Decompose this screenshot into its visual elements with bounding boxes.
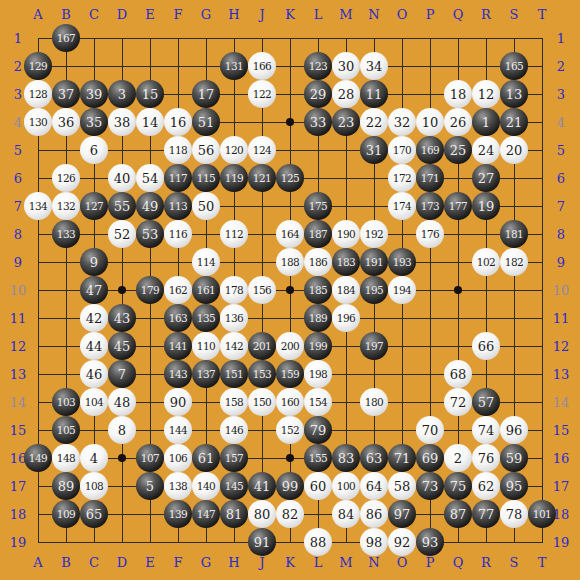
row-label-left-8: 8	[14, 227, 22, 242]
stone-move-number: 97	[394, 508, 411, 521]
stone-P4[interactable]: 10	[416, 108, 444, 136]
stone-H16[interactable]: 157	[220, 444, 248, 472]
stone-M3[interactable]: 28	[332, 80, 360, 108]
col-label-top-O: O	[397, 7, 408, 22]
stone-O18[interactable]: 97	[388, 500, 416, 528]
stone-R12[interactable]: 66	[472, 332, 500, 360]
stone-O17[interactable]: 58	[388, 472, 416, 500]
stone-move-number: 32	[394, 116, 411, 129]
stone-L12[interactable]: 199	[304, 332, 332, 360]
stone-B16[interactable]: 148	[52, 444, 80, 472]
stone-move-number: 82	[282, 508, 299, 521]
stone-F11[interactable]: 163	[164, 304, 192, 332]
stone-J19[interactable]: 91	[248, 528, 276, 556]
stone-G12[interactable]: 110	[192, 332, 220, 360]
stone-move-number: 99	[282, 480, 299, 493]
stone-move-number: 190	[337, 229, 356, 240]
stone-J3[interactable]: 122	[248, 80, 276, 108]
stone-P15[interactable]: 70	[416, 416, 444, 444]
stone-M17[interactable]: 100	[332, 472, 360, 500]
stone-move-number: 149	[29, 453, 48, 464]
stone-G17[interactable]: 140	[192, 472, 220, 500]
stone-move-number: 78	[506, 508, 523, 521]
stone-J17[interactable]: 41	[248, 472, 276, 500]
stone-L4[interactable]: 33	[304, 108, 332, 136]
stone-S16[interactable]: 59	[500, 444, 528, 472]
stone-E7[interactable]: 49	[136, 192, 164, 220]
stone-F14[interactable]: 90	[164, 388, 192, 416]
stone-move-number: 68	[450, 368, 467, 381]
stone-move-number: 194	[393, 285, 412, 296]
stone-R3[interactable]: 12	[472, 80, 500, 108]
col-label-top-L: L	[314, 7, 323, 22]
stone-K6[interactable]: 125	[276, 164, 304, 192]
stone-L14[interactable]: 154	[304, 388, 332, 416]
row-label-right-1: 1	[557, 31, 565, 46]
stone-K17[interactable]: 99	[276, 472, 304, 500]
stone-N18[interactable]: 86	[360, 500, 388, 528]
stone-H10[interactable]: 178	[220, 276, 248, 304]
stone-N19[interactable]: 98	[360, 528, 388, 556]
stone-B3[interactable]: 37	[52, 80, 80, 108]
stone-L9[interactable]: 186	[304, 248, 332, 276]
col-label-top-S: S	[510, 7, 519, 22]
stone-move-number: 138	[169, 481, 188, 492]
stone-L17[interactable]: 60	[304, 472, 332, 500]
stone-H12[interactable]: 142	[220, 332, 248, 360]
stone-move-number: 87	[450, 508, 467, 521]
stone-B8[interactable]: 133	[52, 220, 80, 248]
stone-move-number: 43	[114, 312, 131, 325]
stone-move-number: 17	[198, 88, 215, 101]
stone-N4[interactable]: 22	[360, 108, 388, 136]
stone-O16[interactable]: 71	[388, 444, 416, 472]
stone-move-number: 6	[90, 144, 98, 157]
stone-F17[interactable]: 138	[164, 472, 192, 500]
stone-C12[interactable]: 44	[80, 332, 108, 360]
stone-move-number: 48	[114, 396, 131, 409]
row-label-left-19: 19	[10, 535, 27, 550]
stone-Q16[interactable]: 2	[444, 444, 472, 472]
stone-move-number: 13	[506, 88, 523, 101]
row-label-left-2: 2	[14, 59, 22, 74]
stone-move-number: 189	[309, 313, 328, 324]
stone-S3[interactable]: 13	[500, 80, 528, 108]
stone-R14[interactable]: 57	[472, 388, 500, 416]
stone-H5[interactable]: 120	[220, 136, 248, 164]
stone-move-number: 197	[365, 341, 384, 352]
stone-O10[interactable]: 194	[388, 276, 416, 304]
stone-B6[interactable]: 126	[52, 164, 80, 192]
stone-R17[interactable]: 62	[472, 472, 500, 500]
stone-D14[interactable]: 48	[108, 388, 136, 416]
stone-Q18[interactable]: 87	[444, 500, 472, 528]
stone-K14[interactable]: 160	[276, 388, 304, 416]
stone-move-number: 175	[309, 201, 328, 212]
stone-F18[interactable]: 139	[164, 500, 192, 528]
stone-B4[interactable]: 36	[52, 108, 80, 136]
stone-G11[interactable]: 135	[192, 304, 220, 332]
row-label-right-6: 6	[557, 171, 565, 186]
stone-move-number: 139	[169, 509, 188, 520]
stone-N16[interactable]: 63	[360, 444, 388, 472]
stone-A4[interactable]: 130	[24, 108, 52, 136]
stone-G16[interactable]: 61	[192, 444, 220, 472]
stone-N12[interactable]: 197	[360, 332, 388, 360]
stone-K15[interactable]: 152	[276, 416, 304, 444]
stone-N10[interactable]: 195	[360, 276, 388, 304]
stone-G4[interactable]: 51	[192, 108, 220, 136]
stone-E17[interactable]: 5	[136, 472, 164, 500]
stone-move-number: 37	[58, 88, 75, 101]
stone-C4[interactable]: 35	[80, 108, 108, 136]
stone-move-number: 109	[57, 509, 76, 520]
stone-F6[interactable]: 117	[164, 164, 192, 192]
stone-move-number: 84	[338, 508, 355, 521]
stone-G5[interactable]: 56	[192, 136, 220, 164]
stone-move-number: 45	[114, 340, 131, 353]
stone-J12[interactable]: 201	[248, 332, 276, 360]
stone-move-number: 98	[366, 536, 383, 549]
stone-move-number: 96	[506, 424, 523, 437]
stone-move-number: 31	[366, 144, 383, 157]
stone-C5[interactable]: 6	[80, 136, 108, 164]
col-label-bottom-G: G	[201, 555, 211, 570]
stone-B18[interactable]: 109	[52, 500, 80, 528]
stone-move-number: 36	[58, 116, 75, 129]
stone-move-number: 18	[450, 88, 467, 101]
stone-M9[interactable]: 183	[332, 248, 360, 276]
stone-C18[interactable]: 65	[80, 500, 108, 528]
stone-move-number: 150	[253, 397, 272, 408]
stone-move-number: 59	[506, 452, 523, 465]
stone-F10[interactable]: 162	[164, 276, 192, 304]
stone-E10[interactable]: 179	[136, 276, 164, 304]
stone-L15[interactable]: 79	[304, 416, 332, 444]
stone-J18[interactable]: 80	[248, 500, 276, 528]
stone-move-number: 166	[253, 61, 272, 72]
stone-H11[interactable]: 136	[220, 304, 248, 332]
stone-Q5[interactable]: 25	[444, 136, 472, 164]
col-label-bottom-F: F	[173, 555, 182, 570]
stone-move-number: 124	[253, 145, 272, 156]
stone-K12[interactable]: 200	[276, 332, 304, 360]
stone-N3[interactable]: 11	[360, 80, 388, 108]
stone-R15[interactable]: 74	[472, 416, 500, 444]
stone-move-number: 169	[421, 145, 440, 156]
stone-P7[interactable]: 173	[416, 192, 444, 220]
stone-C13[interactable]: 46	[80, 360, 108, 388]
stone-T18[interactable]: 101	[528, 500, 556, 528]
stone-move-number: 41	[254, 480, 271, 493]
col-label-bottom-M: M	[339, 555, 352, 570]
stone-F5[interactable]: 118	[164, 136, 192, 164]
stone-O6[interactable]: 172	[388, 164, 416, 192]
row-label-left-10: 10	[10, 283, 27, 298]
stone-D8[interactable]: 52	[108, 220, 136, 248]
stone-R6[interactable]: 27	[472, 164, 500, 192]
stone-move-number: 144	[169, 425, 188, 436]
stone-Q4[interactable]: 26	[444, 108, 472, 136]
stone-move-number: 158	[225, 397, 244, 408]
stone-move-number: 28	[338, 88, 355, 101]
stone-R16[interactable]: 76	[472, 444, 500, 472]
stone-K9[interactable]: 188	[276, 248, 304, 276]
stone-move-number: 181	[505, 229, 524, 240]
stone-D12[interactable]: 45	[108, 332, 136, 360]
stone-J14[interactable]: 150	[248, 388, 276, 416]
stone-E16[interactable]: 107	[136, 444, 164, 472]
col-label-top-T: T	[538, 7, 547, 22]
stone-D6[interactable]: 40	[108, 164, 136, 192]
stone-H15[interactable]: 146	[220, 416, 248, 444]
stone-J10[interactable]: 156	[248, 276, 276, 304]
row-label-right-19: 19	[553, 535, 570, 550]
stone-move-number: 44	[86, 340, 103, 353]
stone-L13[interactable]: 198	[304, 360, 332, 388]
col-label-top-F: F	[173, 7, 182, 22]
stone-move-number: 187	[309, 229, 328, 240]
stone-D3[interactable]: 3	[108, 80, 136, 108]
stone-N2[interactable]: 34	[360, 52, 388, 80]
stone-move-number: 95	[506, 480, 523, 493]
stone-G6[interactable]: 115	[192, 164, 220, 192]
stone-L8[interactable]: 187	[304, 220, 332, 248]
stone-move-number: 167	[57, 33, 76, 44]
stone-move-number: 172	[393, 173, 412, 184]
stone-move-number: 140	[197, 481, 216, 492]
stone-P16[interactable]: 69	[416, 444, 444, 472]
row-label-left-14: 14	[10, 395, 27, 410]
stone-H14[interactable]: 158	[220, 388, 248, 416]
stone-F4[interactable]: 16	[164, 108, 192, 136]
stone-H8[interactable]: 112	[220, 220, 248, 248]
row-label-left-12: 12	[10, 339, 27, 354]
stone-M2[interactable]: 30	[332, 52, 360, 80]
hoshi-K16	[286, 454, 294, 462]
stone-S18[interactable]: 78	[500, 500, 528, 528]
stone-G13[interactable]: 137	[192, 360, 220, 388]
stone-O19[interactable]: 92	[388, 528, 416, 556]
stone-M8[interactable]: 190	[332, 220, 360, 248]
stone-O5[interactable]: 170	[388, 136, 416, 164]
stone-P8[interactable]: 176	[416, 220, 444, 248]
stone-A2[interactable]: 129	[24, 52, 52, 80]
stone-C3[interactable]: 39	[80, 80, 108, 108]
stone-R9[interactable]: 102	[472, 248, 500, 276]
stone-S17[interactable]: 95	[500, 472, 528, 500]
hoshi-Q10	[454, 286, 462, 294]
stone-move-number: 55	[114, 200, 131, 213]
stone-move-number: 29	[310, 88, 327, 101]
col-label-bottom-J: J	[259, 555, 264, 570]
stone-Q13[interactable]: 68	[444, 360, 472, 388]
stone-H17[interactable]: 145	[220, 472, 248, 500]
stone-move-number: 20	[506, 144, 523, 157]
stone-L2[interactable]: 123	[304, 52, 332, 80]
stone-H2[interactable]: 131	[220, 52, 248, 80]
row-label-right-8: 8	[557, 227, 565, 242]
stone-move-number: 143	[169, 369, 188, 380]
stone-move-number: 39	[86, 88, 103, 101]
col-label-bottom-E: E	[145, 555, 155, 570]
stone-P6[interactable]: 171	[416, 164, 444, 192]
stone-M4[interactable]: 23	[332, 108, 360, 136]
stone-B1[interactable]: 167	[52, 24, 80, 52]
stone-S8[interactable]: 181	[500, 220, 528, 248]
stone-J5[interactable]: 124	[248, 136, 276, 164]
stone-move-number: 64	[366, 480, 383, 493]
stone-G9[interactable]: 114	[192, 248, 220, 276]
stone-N17[interactable]: 64	[360, 472, 388, 500]
stone-F7[interactable]: 113	[164, 192, 192, 220]
stone-R18[interactable]: 77	[472, 500, 500, 528]
stone-B15[interactable]: 105	[52, 416, 80, 444]
stone-C16[interactable]: 4	[80, 444, 108, 472]
grid-line-horizontal	[38, 542, 543, 543]
stone-P19[interactable]: 93	[416, 528, 444, 556]
stone-B7[interactable]: 132	[52, 192, 80, 220]
stone-F16[interactable]: 106	[164, 444, 192, 472]
stone-E8[interactable]: 53	[136, 220, 164, 248]
stone-A16[interactable]: 149	[24, 444, 52, 472]
stone-C11[interactable]: 42	[80, 304, 108, 332]
stone-F8[interactable]: 116	[164, 220, 192, 248]
stone-H18[interactable]: 81	[220, 500, 248, 528]
stone-K8[interactable]: 164	[276, 220, 304, 248]
stone-G10[interactable]: 161	[192, 276, 220, 304]
stone-move-number: 165	[505, 61, 524, 72]
stone-S5[interactable]: 20	[500, 136, 528, 164]
stone-D13[interactable]: 7	[108, 360, 136, 388]
stone-M11[interactable]: 196	[332, 304, 360, 332]
stone-A3[interactable]: 128	[24, 80, 52, 108]
row-label-right-10: 10	[553, 283, 570, 298]
stone-R4[interactable]: 1	[472, 108, 500, 136]
stone-move-number: 112	[225, 229, 244, 240]
stone-E6[interactable]: 54	[136, 164, 164, 192]
stone-move-number: 35	[86, 116, 103, 129]
stone-move-number: 200	[281, 341, 300, 352]
stone-H6[interactable]: 119	[220, 164, 248, 192]
stone-K18[interactable]: 82	[276, 500, 304, 528]
row-label-left-5: 5	[14, 143, 22, 158]
stone-move-number: 183	[337, 257, 356, 268]
stone-J6[interactable]: 121	[248, 164, 276, 192]
stone-B17[interactable]: 89	[52, 472, 80, 500]
stone-R5[interactable]: 24	[472, 136, 500, 164]
stone-move-number: 106	[169, 453, 188, 464]
stone-L19[interactable]: 88	[304, 528, 332, 556]
stone-S2[interactable]: 165	[500, 52, 528, 80]
stone-O7[interactable]: 174	[388, 192, 416, 220]
row-label-left-13: 13	[10, 367, 27, 382]
stone-G18[interactable]: 147	[192, 500, 220, 528]
stone-L11[interactable]: 189	[304, 304, 332, 332]
stone-move-number: 57	[478, 396, 495, 409]
stone-Q17[interactable]: 75	[444, 472, 472, 500]
stone-move-number: 173	[421, 201, 440, 212]
stone-N9[interactable]: 191	[360, 248, 388, 276]
stone-move-number: 49	[142, 200, 159, 213]
stone-move-number: 16	[170, 116, 187, 129]
stone-L10[interactable]: 185	[304, 276, 332, 304]
stone-F13[interactable]: 143	[164, 360, 192, 388]
stone-D7[interactable]: 55	[108, 192, 136, 220]
stone-M10[interactable]: 184	[332, 276, 360, 304]
stone-D11[interactable]: 43	[108, 304, 136, 332]
stone-C7[interactable]: 127	[80, 192, 108, 220]
stone-A7[interactable]: 134	[24, 192, 52, 220]
stone-N5[interactable]: 31	[360, 136, 388, 164]
stone-Q7[interactable]: 177	[444, 192, 472, 220]
stone-L7[interactable]: 175	[304, 192, 332, 220]
stone-E3[interactable]: 15	[136, 80, 164, 108]
stone-move-number: 2	[454, 452, 462, 465]
stone-J2[interactable]: 166	[248, 52, 276, 80]
stone-D4[interactable]: 38	[108, 108, 136, 136]
stone-move-number: 155	[309, 453, 328, 464]
stone-move-number: 34	[366, 60, 383, 73]
stone-R7[interactable]: 19	[472, 192, 500, 220]
stone-P5[interactable]: 169	[416, 136, 444, 164]
stone-F15[interactable]: 144	[164, 416, 192, 444]
stone-move-number: 120	[225, 145, 244, 156]
stone-G7[interactable]: 50	[192, 192, 220, 220]
stone-C17[interactable]: 108	[80, 472, 108, 500]
stone-C14[interactable]: 104	[80, 388, 108, 416]
stone-move-number: 156	[253, 285, 272, 296]
stone-F12[interactable]: 141	[164, 332, 192, 360]
stone-E4[interactable]: 14	[136, 108, 164, 136]
row-label-right-2: 2	[557, 59, 565, 74]
stone-N14[interactable]: 180	[360, 388, 388, 416]
stone-S4[interactable]: 21	[500, 108, 528, 136]
stone-S9[interactable]: 182	[500, 248, 528, 276]
col-label-bottom-P: P	[426, 555, 435, 570]
stone-P17[interactable]: 73	[416, 472, 444, 500]
stone-L16[interactable]: 155	[304, 444, 332, 472]
stone-N8[interactable]: 192	[360, 220, 388, 248]
stone-D15[interactable]: 8	[108, 416, 136, 444]
stone-move-number: 145	[225, 481, 244, 492]
stone-M18[interactable]: 84	[332, 500, 360, 528]
stone-S15[interactable]: 96	[500, 416, 528, 444]
stone-O9[interactable]: 193	[388, 248, 416, 276]
stone-B14[interactable]: 103	[52, 388, 80, 416]
stone-K13[interactable]: 159	[276, 360, 304, 388]
stone-move-number: 142	[225, 341, 244, 352]
stone-O4[interactable]: 32	[388, 108, 416, 136]
stone-H13[interactable]: 151	[220, 360, 248, 388]
stone-move-number: 186	[309, 257, 328, 268]
stone-L3[interactable]: 29	[304, 80, 332, 108]
stone-move-number: 130	[29, 117, 48, 128]
stone-Q14[interactable]: 72	[444, 388, 472, 416]
stone-C9[interactable]: 9	[80, 248, 108, 276]
stone-move-number: 26	[450, 116, 467, 129]
stone-J13[interactable]: 153	[248, 360, 276, 388]
stone-move-number: 60	[310, 480, 327, 493]
stone-Q3[interactable]: 18	[444, 80, 472, 108]
stone-M16[interactable]: 83	[332, 444, 360, 472]
row-label-left-1: 1	[14, 31, 22, 46]
stone-G3[interactable]: 17	[192, 80, 220, 108]
col-label-top-H: H	[228, 7, 239, 22]
stone-move-number: 154	[309, 397, 328, 408]
stone-move-number: 93	[422, 536, 439, 549]
stone-C10[interactable]: 47	[80, 276, 108, 304]
